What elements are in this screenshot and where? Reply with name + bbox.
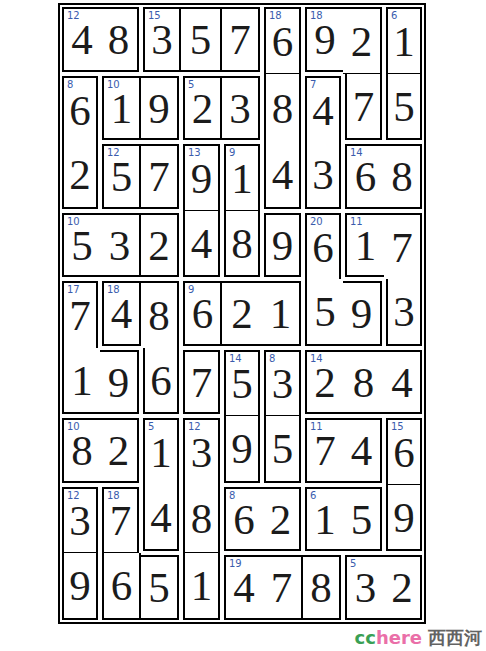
cell-r1c6: 186: [264, 7, 301, 74]
cell-r8c8: 5: [343, 487, 382, 551]
cell-r1c2: 8: [100, 7, 139, 72]
cell-digit: 9: [148, 87, 170, 130]
cell-digit: 5: [351, 498, 373, 541]
cell-r2c5: 3: [222, 76, 260, 140]
cell-r1c7: 189: [305, 7, 343, 72]
cell-digit: 8: [353, 361, 375, 404]
cell-digit: 1: [191, 564, 213, 607]
cell-r6c7: 142: [305, 350, 343, 414]
cell-digit: 3: [355, 566, 377, 609]
cell-r1c1: 124: [62, 7, 100, 72]
cell-r5c9: 3: [386, 279, 422, 346]
cage-sum-label: 11: [350, 216, 363, 227]
cell-r2c7: 74: [305, 76, 341, 142]
cell-r7c5: 9: [224, 416, 260, 483]
cell-digit: 3: [272, 362, 294, 405]
cell-r4c5: 8: [224, 211, 260, 277]
cell-digit: 8: [231, 222, 253, 265]
cell-r9c4: 1: [183, 553, 220, 620]
cell-digit: 3: [229, 87, 251, 130]
cage-sum-label: 5: [188, 79, 194, 90]
cell-r7c1: 108: [62, 418, 100, 483]
cell-r4c3: 2: [141, 213, 179, 277]
cell-r6c6: 83: [264, 350, 301, 416]
cell-digit: 2: [351, 20, 373, 63]
cell-r5c8: 9: [343, 281, 382, 346]
cell-digit: 7: [148, 155, 170, 198]
cage-sum-label: 19: [229, 558, 242, 569]
cell-r8c2: 187: [102, 487, 139, 553]
cell-r8c1: 123: [62, 487, 98, 553]
cell-digit: 8: [191, 497, 213, 540]
cell-r1c5: 7: [222, 7, 260, 72]
cell-digit: 8: [148, 294, 170, 337]
cell-digit: 1: [355, 224, 377, 267]
cell-digit: 7: [69, 294, 91, 337]
cell-digit: 7: [110, 499, 132, 542]
cell-digit: 9: [272, 224, 294, 267]
cell-r2c1: 86: [62, 76, 98, 142]
cell-r3c3: 7: [141, 144, 179, 209]
cell-r4c2: 3: [100, 213, 141, 277]
cell-digit: 4: [272, 153, 294, 196]
cell-digit: 8: [391, 155, 413, 198]
cell-r8c3: 4: [143, 485, 179, 551]
cell-r3c5: 91: [224, 144, 260, 211]
cage-sum-label: 12: [67, 10, 80, 21]
cell-r2c2: 101: [102, 76, 141, 140]
cell-r2c3: 9: [141, 76, 179, 140]
cell-r2c9: 5: [386, 74, 422, 140]
cell-r2c4: 52: [183, 76, 222, 140]
cell-digit: 6: [393, 431, 415, 474]
cell-digit: 8: [108, 18, 130, 61]
cell-r3c8: 146: [345, 144, 384, 209]
cell-digit: 4: [391, 361, 413, 404]
cage-sum-label: 9: [188, 284, 194, 295]
cell-digit: 2: [231, 292, 253, 335]
cell-r6c5: 145: [224, 350, 260, 416]
cell-r4c6: 9: [264, 213, 301, 277]
cage-sum-label: 14: [229, 353, 242, 364]
cage-sum-label: 15: [391, 421, 404, 432]
cell-r4c9: 7: [384, 213, 422, 279]
cage-sum-label: 5: [350, 558, 356, 569]
cell-digit: 5: [272, 427, 294, 470]
cell-digit: 9: [108, 361, 130, 404]
cell-digit: 1: [150, 431, 172, 474]
cell-digit: 5: [314, 290, 336, 333]
cell-r5c1: 177: [62, 281, 98, 348]
cell-digit: 6: [192, 292, 214, 335]
watermark-cc: cc: [355, 627, 376, 648]
cell-r2c6: 8: [264, 74, 301, 142]
watermark-site: 西西河: [428, 627, 482, 648]
cage-sum-label: 8: [269, 353, 275, 364]
cell-digit: 1: [71, 359, 93, 402]
cell-digit: 4: [111, 292, 133, 335]
cell-digit: 3: [191, 431, 213, 474]
cell-r6c9: 4: [384, 350, 422, 414]
cell-digit: 4: [351, 429, 373, 472]
cell-digit: 2: [314, 361, 336, 404]
cage-sum-label: 20: [310, 216, 323, 227]
cell-digit: 3: [109, 224, 131, 267]
cell-digit: 9: [231, 427, 253, 470]
cage-sum-label: 7: [310, 79, 316, 90]
cage-sum-label: 8: [229, 490, 235, 501]
cell-digit: 6: [272, 20, 294, 63]
cell-digit: 9: [191, 157, 213, 200]
cell-r7c7: 117: [305, 418, 343, 483]
cell-r5c6: 1: [262, 281, 301, 346]
cage-sum-label: 10: [67, 421, 80, 432]
cell-r1c4: 5: [181, 7, 222, 72]
cell-r4c4: 4: [183, 211, 220, 277]
cell-digit: 3: [393, 290, 415, 333]
cage-sum-label: 9: [229, 147, 235, 158]
cell-r6c4: 7: [183, 350, 220, 414]
cell-digit: 5: [393, 85, 415, 128]
cell-digit: 6: [233, 498, 255, 541]
cage-sum-label: 15: [148, 10, 161, 21]
cell-digit: 4: [233, 566, 255, 609]
cell-digit: 2: [192, 87, 214, 130]
cell-digit: 1: [270, 292, 292, 335]
watermark: cchere西西河: [355, 627, 482, 649]
cell-digit: 1: [231, 157, 253, 200]
cell-digit: 6: [111, 564, 133, 607]
cell-r9c3: 5: [141, 555, 179, 620]
cell-digit: 8: [71, 429, 93, 472]
cage-sum-label: 18: [107, 284, 120, 295]
cage-sum-label: 10: [67, 216, 80, 227]
cell-digit: 7: [191, 361, 213, 404]
cell-r3c6: 4: [264, 142, 301, 209]
cage-sum-label: 12: [67, 490, 80, 501]
cage-sum-label: 8: [67, 79, 73, 90]
cage-sum-label: 5: [148, 421, 154, 432]
cell-r6c1: 1: [62, 348, 100, 414]
cell-r9c9: 2: [384, 555, 422, 620]
cell-digit: 1: [111, 87, 133, 130]
cell-digit: 5: [111, 155, 133, 198]
cell-digit: 9: [351, 292, 373, 335]
cell-digit: 6: [312, 226, 334, 269]
cell-r5c4: 96: [183, 281, 222, 346]
cell-r3c7: 3: [305, 142, 341, 209]
watermark-here: here: [376, 627, 422, 648]
cell-r7c4: 123: [183, 418, 220, 485]
cell-r7c3: 51: [143, 418, 179, 485]
cell-r1c9: 61: [386, 7, 422, 74]
cell-r8c6: 2: [262, 487, 301, 551]
cell-digit: 2: [391, 566, 413, 609]
cell-digit: 5: [71, 224, 93, 267]
cell-r9c5: 194: [224, 555, 262, 620]
cell-digit: 9: [314, 18, 336, 61]
cell-digit: 2: [69, 153, 91, 196]
cell-digit: 4: [71, 18, 93, 61]
cage-sum-label: 12: [188, 421, 201, 432]
killer-sudoku-board: 1248153571861892618610195238747521257139…: [58, 3, 426, 624]
cell-r4c8: 111: [345, 213, 384, 277]
cell-digit: 7: [271, 566, 293, 609]
cell-r3c4: 139: [183, 144, 220, 211]
cell-digit: 6: [69, 89, 91, 132]
cell-r5c5: 2: [222, 281, 262, 346]
cell-digit: 7: [229, 18, 251, 61]
cell-r8c9: 9: [386, 485, 422, 551]
cell-digit: 9: [393, 496, 415, 539]
cell-digit: 2: [108, 429, 130, 472]
cell-r1c3: 153: [143, 7, 181, 72]
cell-digit: 8: [272, 87, 294, 130]
cage-sum-label: 13: [188, 147, 201, 158]
cell-r9c6: 7: [262, 555, 303, 620]
cell-digit: 3: [69, 499, 91, 542]
cage-sum-label: 10: [107, 79, 120, 90]
cell-r7c8: 4: [343, 418, 382, 483]
cell-r2c8: 7: [345, 74, 382, 140]
cell-r6c2: 9: [100, 350, 139, 414]
cell-digit: 1: [314, 498, 336, 541]
cell-r3c1: 2: [62, 142, 98, 209]
cell-digit: 5: [148, 566, 170, 609]
cage-sum-label: 6: [391, 10, 397, 21]
cell-digit: 5: [231, 362, 253, 405]
cage-sum-label: 18: [269, 10, 282, 21]
cell-r7c9: 156: [386, 418, 422, 485]
cell-r1c8: 2: [343, 7, 382, 74]
cage-sum-label: 11: [310, 421, 323, 432]
cell-digit: 4: [191, 222, 213, 265]
cage-sum-label: 6: [310, 490, 316, 501]
cage-sum-label: 12: [107, 147, 120, 158]
cell-digit: 6: [355, 155, 377, 198]
cell-r7c2: 2: [100, 418, 139, 483]
cell-digit: 7: [353, 85, 375, 128]
cell-r9c8: 53: [345, 555, 384, 620]
cell-r3c2: 125: [102, 144, 141, 209]
cell-r8c7: 61: [305, 487, 343, 551]
cell-r5c7: 5: [305, 279, 343, 346]
cell-digit: 6: [150, 359, 172, 402]
cell-digit: 2: [270, 498, 292, 541]
cell-r6c8: 8: [343, 350, 384, 414]
cell-digit: 4: [150, 496, 172, 539]
cell-r5c3: 8: [141, 281, 179, 348]
cage-sum-label: 18: [310, 10, 323, 21]
cage-sum-label: 17: [67, 284, 80, 295]
cell-r9c7: 8: [303, 555, 341, 620]
cell-digit: 8: [310, 566, 332, 609]
cell-r9c1: 9: [62, 553, 98, 620]
cage-sum-label: 14: [350, 147, 363, 158]
cell-r6c3: 6: [143, 348, 179, 414]
cell-r8c5: 86: [224, 487, 262, 551]
cell-r5c2: 184: [102, 281, 141, 346]
cell-digit: 3: [312, 153, 334, 196]
cell-r8c4: 8: [183, 485, 220, 553]
cell-r3c9: 8: [384, 144, 422, 209]
cage-sum-label: 14: [310, 353, 323, 364]
cell-r4c7: 206: [305, 213, 341, 279]
cell-digit: 9: [69, 564, 91, 607]
cell-r4c1: 105: [62, 213, 100, 277]
cage-sum-label: 18: [107, 490, 120, 501]
cell-digit: 1: [393, 20, 415, 63]
cell-digit: 2: [148, 224, 170, 267]
cell-digit: 7: [314, 429, 336, 472]
cell-r7c6: 5: [264, 416, 301, 483]
cell-digit: 4: [312, 89, 334, 132]
cell-digit: 3: [151, 18, 173, 61]
cell-digit: 5: [190, 18, 212, 61]
cell-r9c2: 6: [102, 553, 141, 620]
cell-digit: 7: [391, 226, 413, 269]
